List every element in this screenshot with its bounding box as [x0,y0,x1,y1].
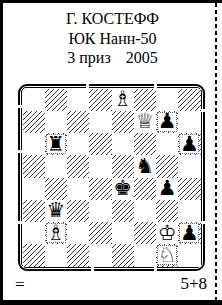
square-c5 [67,155,89,177]
square-f6 [134,133,156,155]
square-b2: ♗ [45,222,67,244]
tourney-name: ЮК Нанн-50 [3,29,222,49]
black-pawn-h6: ♟ [179,134,199,154]
frame-tick [86,84,89,89]
square-f3 [134,200,156,222]
square-h4 [178,178,200,200]
black-rook-b6: ♜ [46,134,66,154]
square-e7 [112,111,134,133]
black-pawn-g4: ♟ [158,178,177,199]
square-c3 [67,200,89,222]
square-b5 [45,155,67,177]
year-text: 2005 [126,48,158,68]
frame-tick [18,221,23,224]
square-b3: ♛ [45,200,67,222]
white-king-g2: ♔ [158,223,177,244]
square-h3 [178,200,200,222]
square-b4 [45,178,67,200]
square-c8 [67,89,89,111]
square-e3 [112,200,134,222]
composer-name: Г. КОСТЕФФ [3,9,222,29]
stipulation-draw-symbol: = [15,275,25,295]
frame-tick [154,267,157,272]
square-d6 [89,133,111,155]
study-diagram-card: Г. КОСТЕФФ ЮК Нанн-50 3 приз 2005 ♗♕♟♜♟♞… [0,0,222,305]
square-g3 [156,200,178,222]
square-a1 [23,244,45,266]
black-queen-b3: ♛ [46,200,65,221]
dashed-cut-line [215,3,217,300]
square-a8 [23,89,45,111]
square-f1 [134,244,156,266]
square-g4: ♟ [156,178,178,200]
square-d8 [89,89,111,111]
square-b8 [45,89,67,111]
frame-tick [18,105,23,108]
square-c1 [67,244,89,266]
white-bishop-e8: ♗ [113,89,132,110]
square-c6 [67,133,89,155]
square-d4 [89,178,111,200]
white-knight-g1: ♘ [157,245,177,265]
square-f8 [134,89,156,111]
square-g7: ♟ [156,111,178,133]
square-a6 [23,133,45,155]
frame-tick [91,267,94,272]
square-e8: ♗ [112,89,134,111]
square-b6: ♜ [45,133,67,155]
square-b7 [45,111,67,133]
black-pawn-g7: ♟ [157,112,177,132]
white-queen-f7: ♕ [135,111,154,132]
square-d3 [89,200,111,222]
board-grid: ♗♕♟♜♟♞♚♟♛♗♔♟♘ [23,89,201,267]
square-g1: ♘ [156,244,178,266]
square-h8 [178,89,200,111]
square-a7 [23,111,45,133]
square-c7 [67,111,89,133]
black-knight-f5: ♞ [135,156,154,177]
square-f7: ♕ [134,111,156,133]
square-d5 [89,155,111,177]
black-pawn-h2: ♟ [179,223,199,243]
square-h1 [178,244,200,266]
square-e4: ♚ [112,178,134,200]
square-c4 [67,178,89,200]
frame-tick [18,150,23,153]
square-a5 [23,155,45,177]
square-f5: ♞ [134,155,156,177]
square-a2 [23,222,45,244]
black-king-e4: ♚ [113,178,132,199]
square-e6 [112,133,134,155]
square-g8 [156,89,178,111]
square-e2 [112,222,134,244]
square-g2: ♔ [156,222,178,244]
square-d2 [89,222,111,244]
white-bishop-b2: ♗ [46,223,66,243]
square-f4 [134,178,156,200]
square-e5 [112,155,134,177]
award-text: 3 приз [67,48,110,68]
square-b1 [45,244,67,266]
material-count: 5+8 [180,274,207,294]
frame-tick [201,221,206,224]
square-d7 [89,111,111,133]
square-e1 [112,244,134,266]
square-h7 [178,111,200,133]
square-h2: ♟ [178,222,200,244]
square-h6: ♟ [178,133,200,155]
chessboard: ♗♕♟♜♟♞♚♟♛♗♔♟♘ [18,84,205,271]
diagram-header: Г. КОСТЕФФ ЮК Нанн-50 3 приз 2005 [3,9,222,68]
square-g5 [156,155,178,177]
square-g6 [156,133,178,155]
square-d1 [89,244,111,266]
square-f2 [134,222,156,244]
frame-tick [154,84,157,89]
frame-tick [201,109,206,112]
square-a3 [23,200,45,222]
square-a4 [23,178,45,200]
square-h5 [178,155,200,177]
award-line: 3 приз 2005 [3,48,222,68]
square-c2 [67,222,89,244]
